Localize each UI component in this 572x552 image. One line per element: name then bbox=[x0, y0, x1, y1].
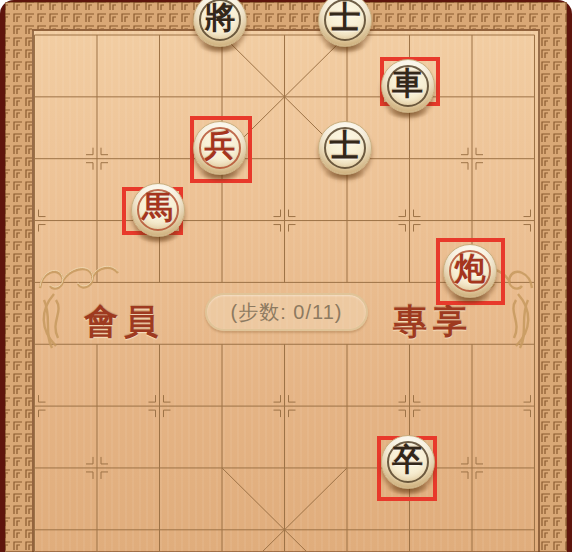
pieces-layer: 將 士 車 兵 士 馬 炮 卒 bbox=[0, 0, 572, 552]
piece-red-soldier[interactable]: 兵 bbox=[193, 121, 247, 175]
piece-red-horse[interactable]: 馬 bbox=[131, 183, 185, 237]
piece-black-soldier[interactable]: 卒 bbox=[381, 435, 435, 489]
piece-black-advisor[interactable]: 士 bbox=[318, 121, 372, 175]
piece-glyph: 馬 bbox=[131, 181, 185, 235]
piece-glyph: 卒 bbox=[381, 433, 435, 487]
piece-red-cannon[interactable]: 炮 bbox=[443, 244, 497, 298]
piece-glyph: 士 bbox=[318, 119, 372, 173]
piece-glyph: 將 bbox=[193, 0, 247, 45]
xiangqi-board: 會員 (步数: 0/11) 專享 將 士 車 兵 士 馬 炮 bbox=[0, 0, 572, 552]
piece-glyph: 炮 bbox=[443, 242, 497, 296]
piece-black-chariot[interactable]: 車 bbox=[381, 59, 435, 113]
piece-black-general[interactable]: 將 bbox=[193, 0, 247, 47]
piece-glyph: 士 bbox=[318, 0, 372, 45]
piece-glyph: 兵 bbox=[193, 119, 247, 173]
piece-glyph: 車 bbox=[381, 57, 435, 111]
piece-black-advisor[interactable]: 士 bbox=[318, 0, 372, 47]
